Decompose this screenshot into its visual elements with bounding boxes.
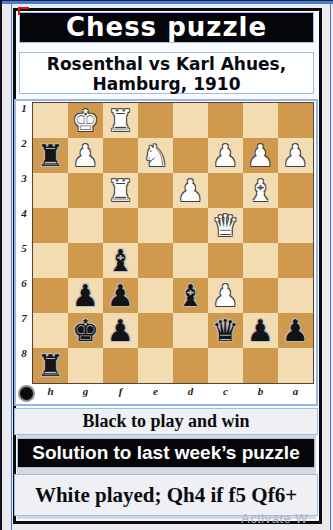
square-e5	[138, 243, 173, 278]
square-g6: ♟	[68, 278, 103, 313]
piece-white-pawn: ♟	[212, 278, 239, 313]
square-d8	[173, 348, 208, 383]
square-a7: ♟	[278, 313, 313, 348]
window-frame-top-blue	[0, 1, 333, 4]
square-c3	[208, 173, 243, 208]
board-panel: 12345678 ♚♜♜♟♞♟♟♟♜♟♝♛♝♟♟♝♟♚♟♛♟♟♜ hgfedcb…	[14, 99, 318, 406]
solution-text: White played; Qh4 if f5 Qf6+	[14, 474, 318, 516]
piece-black-pawn: ♟	[107, 278, 134, 313]
square-d6: ♝	[173, 278, 208, 313]
square-c7: ♛	[208, 313, 243, 348]
piece-black-pawn: ♟	[282, 313, 309, 348]
square-e8	[138, 348, 173, 383]
piece-white-pawn: ♟	[247, 138, 274, 173]
square-h8: ♜	[33, 348, 68, 383]
piece-white-rook: ♜	[107, 173, 134, 208]
square-d7	[173, 313, 208, 348]
rank-label-6: 6	[16, 277, 32, 312]
red-corner-marker-icon	[18, 7, 29, 15]
file-label-c: c	[208, 385, 243, 401]
square-e3	[138, 173, 173, 208]
file-label-f: f	[103, 385, 138, 401]
solution-header: Solution to last week’s puzzle	[17, 438, 315, 468]
square-b4	[243, 208, 278, 243]
square-a6	[278, 278, 313, 313]
square-f1: ♜	[103, 103, 138, 138]
square-g3	[68, 173, 103, 208]
square-d5	[173, 243, 208, 278]
square-d3: ♟	[173, 173, 208, 208]
piece-white-pawn: ♟	[72, 138, 99, 173]
square-h2: ♜	[33, 138, 68, 173]
piece-white-king: ♚	[72, 103, 99, 138]
square-f5: ♝	[103, 243, 138, 278]
rank-label-3: 3	[16, 172, 32, 207]
players-line: Rosenthal vs Karl Ahues,	[20, 54, 313, 74]
square-a3	[278, 173, 313, 208]
square-c2: ♟	[208, 138, 243, 173]
file-label-e: e	[138, 385, 173, 401]
page-title: Chess puzzle	[19, 12, 314, 43]
rank-label-1: 1	[16, 102, 32, 137]
rank-label-4: 4	[16, 207, 32, 242]
square-h1	[33, 103, 68, 138]
square-c8	[208, 348, 243, 383]
square-b1	[243, 103, 278, 138]
square-g2: ♟	[68, 138, 103, 173]
venue-line: Hamburg, 1910	[20, 74, 313, 94]
file-labels: hgfedcba	[33, 385, 313, 401]
square-b7: ♟	[243, 313, 278, 348]
piece-black-king: ♚	[72, 313, 99, 348]
square-e1	[138, 103, 173, 138]
square-b3: ♝	[243, 173, 278, 208]
square-c6: ♟	[208, 278, 243, 313]
piece-white-pawn: ♟	[212, 138, 239, 173]
chess-board: ♚♜♜♟♞♟♟♟♜♟♝♛♝♟♟♝♟♚♟♛♟♟♜	[32, 102, 314, 384]
square-e6	[138, 278, 173, 313]
rank-label-7: 7	[16, 312, 32, 347]
piece-black-queen: ♛	[212, 313, 239, 348]
square-b5	[243, 243, 278, 278]
puzzle-page: Chess puzzle Rosenthal vs Karl Ahues, Ha…	[0, 0, 333, 530]
square-g8	[68, 348, 103, 383]
square-f6: ♟	[103, 278, 138, 313]
square-a8	[278, 348, 313, 383]
square-a5	[278, 243, 313, 278]
file-label-b: b	[243, 385, 278, 401]
window-frame-left	[0, 0, 2, 530]
square-f2	[103, 138, 138, 173]
square-e7	[138, 313, 173, 348]
piece-white-bishop: ♝	[247, 173, 274, 208]
square-h3	[33, 173, 68, 208]
file-label-d: d	[173, 385, 208, 401]
square-e2: ♞	[138, 138, 173, 173]
window-frame-right-blue	[330, 4, 331, 530]
square-f8	[103, 348, 138, 383]
square-c4: ♛	[208, 208, 243, 243]
square-f3: ♜	[103, 173, 138, 208]
piece-black-bishop: ♝	[177, 278, 204, 313]
square-a2: ♟	[278, 138, 313, 173]
piece-white-pawn: ♟	[177, 173, 204, 208]
piece-black-rook: ♜	[37, 348, 64, 383]
rank-label-8: 8	[16, 347, 32, 382]
game-subtitle: Rosenthal vs Karl Ahues, Hamburg, 1910	[19, 52, 314, 94]
square-g7: ♚	[68, 313, 103, 348]
square-g1: ♚	[68, 103, 103, 138]
piece-white-queen: ♛	[212, 208, 239, 243]
piece-black-bishop: ♝	[107, 243, 134, 278]
rank-label-2: 2	[16, 137, 32, 172]
square-g4	[68, 208, 103, 243]
rank-labels: 12345678	[16, 102, 32, 382]
file-label-g: g	[68, 385, 103, 401]
square-d4	[173, 208, 208, 243]
piece-white-pawn: ♟	[282, 138, 309, 173]
square-c1	[208, 103, 243, 138]
square-a1	[278, 103, 313, 138]
square-h5	[33, 243, 68, 278]
square-a4	[278, 208, 313, 243]
piece-black-pawn: ♟	[247, 313, 274, 348]
square-h4	[33, 208, 68, 243]
piece-black-pawn: ♟	[107, 313, 134, 348]
square-e4	[138, 208, 173, 243]
square-f7: ♟	[103, 313, 138, 348]
piece-black-rook: ♜	[37, 138, 64, 173]
piece-white-rook: ♜	[107, 103, 134, 138]
square-d1	[173, 103, 208, 138]
square-b6	[243, 278, 278, 313]
activate-watermark: Activate W	[241, 511, 308, 526]
puzzle-caption: Black to play and win	[14, 408, 318, 435]
window-frame-left-blue	[11, 4, 12, 530]
piece-white-knight: ♞	[142, 138, 169, 173]
black-to-move-indicator	[18, 385, 35, 402]
piece-black-pawn: ♟	[72, 278, 99, 313]
square-h6	[33, 278, 68, 313]
square-d2	[173, 138, 208, 173]
file-label-h: h	[33, 385, 68, 401]
square-f4	[103, 208, 138, 243]
square-h7	[33, 313, 68, 348]
square-c5	[208, 243, 243, 278]
file-label-a: a	[278, 385, 313, 401]
square-b2: ♟	[243, 138, 278, 173]
square-b8	[243, 348, 278, 383]
square-g5	[68, 243, 103, 278]
rank-label-5: 5	[16, 242, 32, 277]
